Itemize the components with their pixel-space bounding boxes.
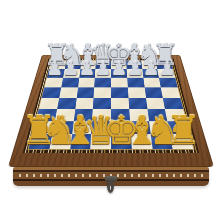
square-c6 (78, 78, 95, 88)
piece-silver-pawn-h7[interactable]: ♟ (158, 60, 177, 79)
square-e6 (111, 78, 128, 88)
square-f6 (127, 78, 144, 88)
latch-loop-icon (107, 181, 114, 193)
square-a5 (42, 87, 61, 97)
square-a6 (44, 78, 62, 88)
square-f5 (128, 87, 146, 97)
square-c5 (76, 87, 94, 97)
square-h5 (161, 87, 180, 97)
square-d5 (94, 87, 111, 97)
square-g5 (144, 87, 163, 97)
square-d6 (94, 78, 111, 88)
square-h6 (159, 78, 177, 88)
piece-gold-rook-h1[interactable]: ♜ (163, 111, 203, 151)
square-e5 (111, 87, 128, 97)
chess-set-photo: ♜♞♝♛♚♝♞♜♟♟♟♟♟♟♟♟♟♟♟♟♟♟♟♟♜♞♝♛♚♝♞♜ (0, 0, 222, 222)
square-b6 (61, 78, 79, 88)
square-g6 (143, 78, 161, 88)
square-b5 (59, 87, 78, 97)
